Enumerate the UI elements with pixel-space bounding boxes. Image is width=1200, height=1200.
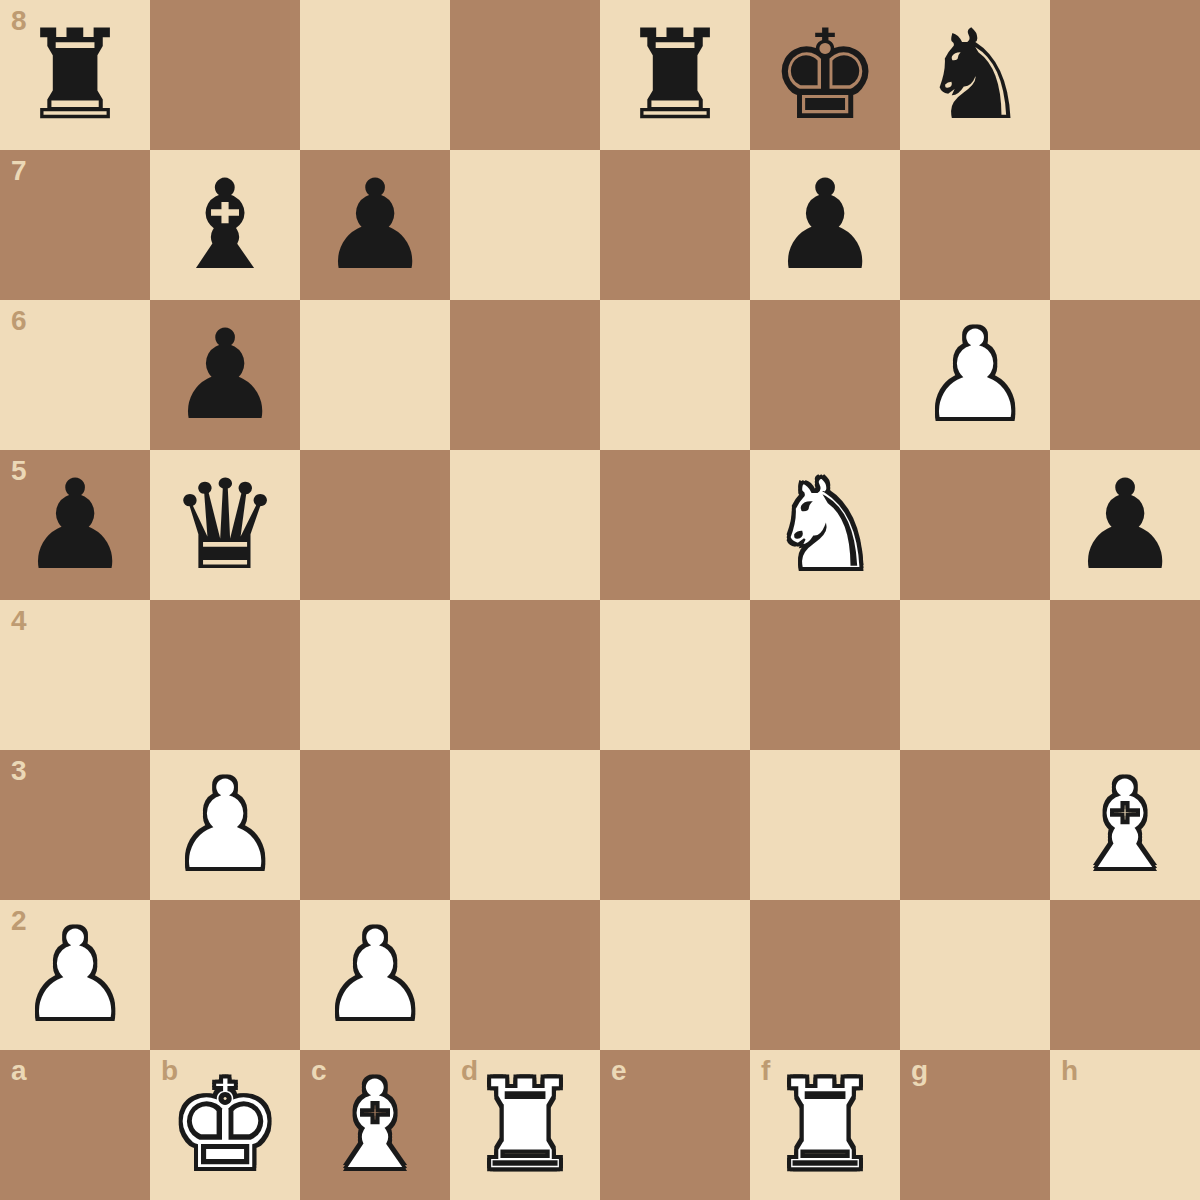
square-b1[interactable]: b♚ xyxy=(150,1050,300,1200)
square-e2[interactable] xyxy=(600,900,750,1050)
square-a1[interactable]: a xyxy=(0,1050,150,1200)
white-bishop-icon[interactable]: ♝ xyxy=(300,1050,450,1200)
square-e6[interactable] xyxy=(600,300,750,450)
square-a2[interactable]: 2♟ xyxy=(0,900,150,1050)
square-g1[interactable]: g xyxy=(900,1050,1050,1200)
white-pawn-icon[interactable]: ♟ xyxy=(150,750,300,900)
white-rook-icon[interactable]: ♜ xyxy=(450,1050,600,1200)
square-g4[interactable] xyxy=(900,600,1050,750)
square-d4[interactable] xyxy=(450,600,600,750)
square-g2[interactable] xyxy=(900,900,1050,1050)
square-a6[interactable]: 6 xyxy=(0,300,150,450)
file-label-h: h xyxy=(1061,1057,1078,1085)
square-d1[interactable]: d♜ xyxy=(450,1050,600,1200)
white-pawn-icon[interactable]: ♟ xyxy=(300,900,450,1050)
square-g5[interactable] xyxy=(900,450,1050,600)
square-g7[interactable] xyxy=(900,150,1050,300)
square-e5[interactable] xyxy=(600,450,750,600)
black-pawn-icon[interactable]: ♟ xyxy=(300,150,450,300)
black-bishop-icon[interactable]: ♝ xyxy=(150,150,300,300)
square-h8[interactable] xyxy=(1050,0,1200,150)
square-b4[interactable] xyxy=(150,600,300,750)
square-h2[interactable] xyxy=(1050,900,1200,1050)
square-c8[interactable] xyxy=(300,0,450,150)
square-f7[interactable]: ♟ xyxy=(750,150,900,300)
square-h5[interactable]: ♟ xyxy=(1050,450,1200,600)
square-d6[interactable] xyxy=(450,300,600,450)
rank-label-7: 7 xyxy=(11,157,27,185)
square-b2[interactable] xyxy=(150,900,300,1050)
white-rook-icon[interactable]: ♜ xyxy=(750,1050,900,1200)
black-pawn-icon[interactable]: ♟ xyxy=(1050,450,1200,600)
square-c5[interactable] xyxy=(300,450,450,600)
square-c1[interactable]: c♝ xyxy=(300,1050,450,1200)
square-c2[interactable]: ♟ xyxy=(300,900,450,1050)
square-e7[interactable] xyxy=(600,150,750,300)
square-g8[interactable]: ♞ xyxy=(900,0,1050,150)
black-queen-icon[interactable]: ♛ xyxy=(150,450,300,600)
square-b6[interactable]: ♟ xyxy=(150,300,300,450)
square-f4[interactable] xyxy=(750,600,900,750)
square-d7[interactable] xyxy=(450,150,600,300)
square-f3[interactable] xyxy=(750,750,900,900)
square-a4[interactable]: 4 xyxy=(0,600,150,750)
square-d2[interactable] xyxy=(450,900,600,1050)
square-b5[interactable]: ♛ xyxy=(150,450,300,600)
file-label-g: g xyxy=(911,1057,928,1085)
chess-board: 8♜♜♚♞7♝♟♟6♟♟5♟♛♞♟43♟♝2♟♟ab♚c♝d♜ef♜gh xyxy=(0,0,1200,1200)
square-g3[interactable] xyxy=(900,750,1050,900)
square-d5[interactable] xyxy=(450,450,600,600)
rank-label-4: 4 xyxy=(11,607,27,635)
square-b3[interactable]: ♟ xyxy=(150,750,300,900)
square-h3[interactable]: ♝ xyxy=(1050,750,1200,900)
square-a5[interactable]: 5♟ xyxy=(0,450,150,600)
square-h4[interactable] xyxy=(1050,600,1200,750)
rank-label-3: 3 xyxy=(11,757,27,785)
black-king-icon[interactable]: ♚ xyxy=(750,0,900,150)
square-f2[interactable] xyxy=(750,900,900,1050)
square-e8[interactable]: ♜ xyxy=(600,0,750,150)
square-c3[interactable] xyxy=(300,750,450,900)
square-d8[interactable] xyxy=(450,0,600,150)
black-pawn-icon[interactable]: ♟ xyxy=(150,300,300,450)
square-h6[interactable] xyxy=(1050,300,1200,450)
square-e1[interactable]: e xyxy=(600,1050,750,1200)
black-rook-icon[interactable]: ♜ xyxy=(600,0,750,150)
square-f6[interactable] xyxy=(750,300,900,450)
square-f1[interactable]: f♜ xyxy=(750,1050,900,1200)
square-f5[interactable]: ♞ xyxy=(750,450,900,600)
square-h1[interactable]: h xyxy=(1050,1050,1200,1200)
white-knight-icon[interactable]: ♞ xyxy=(750,450,900,600)
square-f8[interactable]: ♚ xyxy=(750,0,900,150)
square-a8[interactable]: 8♜ xyxy=(0,0,150,150)
square-a3[interactable]: 3 xyxy=(0,750,150,900)
white-pawn-icon[interactable]: ♟ xyxy=(900,300,1050,450)
square-g6[interactable]: ♟ xyxy=(900,300,1050,450)
rank-label-6: 6 xyxy=(11,307,27,335)
square-c4[interactable] xyxy=(300,600,450,750)
square-h7[interactable] xyxy=(1050,150,1200,300)
black-knight-icon[interactable]: ♞ xyxy=(900,0,1050,150)
square-e4[interactable] xyxy=(600,600,750,750)
square-a7[interactable]: 7 xyxy=(0,150,150,300)
file-label-a: a xyxy=(11,1057,27,1085)
square-c7[interactable]: ♟ xyxy=(300,150,450,300)
square-b8[interactable] xyxy=(150,0,300,150)
square-c6[interactable] xyxy=(300,300,450,450)
white-king-icon[interactable]: ♚ xyxy=(150,1050,300,1200)
square-b7[interactable]: ♝ xyxy=(150,150,300,300)
white-pawn-icon[interactable]: ♟ xyxy=(0,900,150,1050)
black-rook-icon[interactable]: ♜ xyxy=(0,0,150,150)
file-label-e: e xyxy=(611,1057,627,1085)
black-pawn-icon[interactable]: ♟ xyxy=(750,150,900,300)
black-pawn-icon[interactable]: ♟ xyxy=(0,450,150,600)
square-d3[interactable] xyxy=(450,750,600,900)
white-bishop-icon[interactable]: ♝ xyxy=(1050,750,1200,900)
square-e3[interactable] xyxy=(600,750,750,900)
